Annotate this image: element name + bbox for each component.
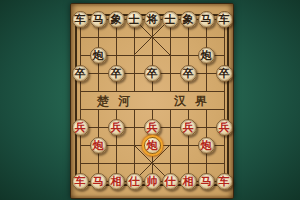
piece-bP[interactable]: 卒 — [216, 65, 233, 82]
piece-bP[interactable]: 卒 — [180, 65, 197, 82]
piece-rR[interactable]: 车 — [216, 173, 233, 190]
piece-rP[interactable]: 兵 — [216, 119, 233, 136]
piece-bN[interactable]: 马 — [90, 11, 107, 28]
piece-bP[interactable]: 卒 — [108, 65, 125, 82]
river-label-han: 汉界 — [174, 93, 216, 110]
piece-bR[interactable]: 车 — [216, 11, 233, 28]
piece-rP[interactable]: 兵 — [144, 119, 161, 136]
piece-rR[interactable]: 车 — [72, 173, 89, 190]
piece-bP[interactable]: 卒 — [144, 65, 161, 82]
piece-rA[interactable]: 仕 — [162, 173, 179, 190]
xiangqi-board[interactable]: 楚河 汉界 车马象士将士象马车炮炮卒卒卒卒卒兵兵兵兵兵炮炮炮车马相仕帅仕相马车 — [70, 3, 234, 199]
piece-bC[interactable]: 炮 — [198, 47, 215, 64]
piece-rC[interactable]: 炮 — [198, 137, 215, 154]
piece-rC[interactable]: 炮 — [90, 137, 107, 154]
piece-bB[interactable]: 象 — [108, 11, 125, 28]
piece-bP[interactable]: 卒 — [72, 65, 89, 82]
piece-rP[interactable]: 兵 — [108, 119, 125, 136]
piece-bC[interactable]: 炮 — [90, 47, 107, 64]
piece-rB[interactable]: 相 — [108, 173, 125, 190]
piece-bK[interactable]: 将 — [144, 11, 161, 28]
piece-rP[interactable]: 兵 — [72, 119, 89, 136]
river-label-chu: 楚河 — [97, 93, 139, 110]
piece-rP[interactable]: 兵 — [180, 119, 197, 136]
piece-bR[interactable]: 车 — [72, 11, 89, 28]
piece-bA[interactable]: 士 — [126, 11, 143, 28]
piece-bN[interactable]: 马 — [198, 11, 215, 28]
piece-rA[interactable]: 仕 — [126, 173, 143, 190]
xiangqi-scene: 楚河 汉界 车马象士将士象马车炮炮卒卒卒卒卒兵兵兵兵兵炮炮炮车马相仕帅仕相马车 — [0, 0, 300, 200]
piece-rB[interactable]: 相 — [180, 173, 197, 190]
piece-bB[interactable]: 象 — [180, 11, 197, 28]
piece-rN[interactable]: 马 — [198, 173, 215, 190]
piece-rN[interactable]: 马 — [90, 173, 107, 190]
piece-rK[interactable]: 帅 — [144, 173, 161, 190]
piece-rC[interactable]: 炮 — [144, 137, 161, 154]
piece-bA[interactable]: 士 — [162, 11, 179, 28]
